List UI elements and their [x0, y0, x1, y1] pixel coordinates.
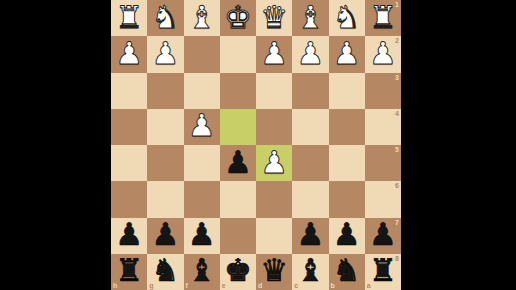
- square-f2[interactable]: [184, 36, 220, 72]
- square-h6[interactable]: [111, 181, 147, 217]
- square-a1[interactable]: ♜1: [365, 0, 401, 36]
- square-f7[interactable]: ♟: [184, 218, 220, 254]
- square-b1[interactable]: ♞: [329, 0, 365, 36]
- square-b6[interactable]: [329, 181, 365, 217]
- square-g3[interactable]: [147, 73, 183, 109]
- square-h3[interactable]: [111, 73, 147, 109]
- square-a6[interactable]: 6: [365, 181, 401, 217]
- white-pawn-b2[interactable]: ♟: [333, 38, 361, 69]
- rank-label-3: 3: [395, 74, 399, 81]
- square-h5[interactable]: [111, 145, 147, 181]
- white-bishop-c1[interactable]: ♝: [296, 2, 324, 33]
- square-d1[interactable]: ♛: [256, 0, 292, 36]
- white-pawn-c2[interactable]: ♟: [296, 38, 324, 69]
- square-g7[interactable]: ♟: [147, 218, 183, 254]
- rank-label-6: 6: [395, 182, 399, 189]
- square-g2[interactable]: ♟: [147, 36, 183, 72]
- black-rook-a8[interactable]: ♜: [369, 255, 397, 286]
- square-a4[interactable]: 4: [365, 109, 401, 145]
- file-label-b: b: [331, 282, 335, 289]
- square-e4[interactable]: [220, 109, 256, 145]
- rank-label-1: 1: [395, 1, 399, 8]
- black-knight-b8[interactable]: ♞: [333, 255, 361, 286]
- square-b4[interactable]: [329, 109, 365, 145]
- square-f1[interactable]: ♝: [184, 0, 220, 36]
- square-a7[interactable]: ♟7: [365, 218, 401, 254]
- file-label-h: h: [113, 282, 117, 289]
- square-d7[interactable]: [256, 218, 292, 254]
- square-c5[interactable]: [292, 145, 328, 181]
- black-pawn-b7[interactable]: ♟: [333, 219, 361, 250]
- black-rook-h8[interactable]: ♜: [115, 255, 143, 286]
- square-c4[interactable]: [292, 109, 328, 145]
- square-g1[interactable]: ♞: [147, 0, 183, 36]
- white-rook-h1[interactable]: ♜: [115, 2, 143, 33]
- square-a2[interactable]: ♟2: [365, 36, 401, 72]
- file-label-c: c: [294, 282, 298, 289]
- square-c6[interactable]: [292, 181, 328, 217]
- black-pawn-e5[interactable]: ♟: [224, 147, 252, 178]
- square-g6[interactable]: [147, 181, 183, 217]
- white-pawn-f4[interactable]: ♟: [188, 110, 216, 141]
- square-b7[interactable]: ♟: [329, 218, 365, 254]
- square-e5[interactable]: ♟: [220, 145, 256, 181]
- square-h8[interactable]: ♜h: [111, 254, 147, 290]
- square-f3[interactable]: [184, 73, 220, 109]
- square-d4[interactable]: [256, 109, 292, 145]
- white-pawn-g2[interactable]: ♟: [151, 38, 179, 69]
- white-pawn-h2[interactable]: ♟: [115, 38, 143, 69]
- square-f4[interactable]: ♟: [184, 109, 220, 145]
- black-pawn-c7[interactable]: ♟: [296, 219, 324, 250]
- square-e2[interactable]: [220, 36, 256, 72]
- rank-label-7: 7: [395, 219, 399, 226]
- square-e8[interactable]: ♚e: [220, 254, 256, 290]
- square-c1[interactable]: ♝: [292, 0, 328, 36]
- white-bishop-f1[interactable]: ♝: [188, 2, 216, 33]
- file-label-e: e: [222, 282, 226, 289]
- file-label-g: g: [149, 282, 153, 289]
- square-f6[interactable]: [184, 181, 220, 217]
- square-f5[interactable]: [184, 145, 220, 181]
- square-d5[interactable]: ♟: [256, 145, 292, 181]
- square-e6[interactable]: [220, 181, 256, 217]
- square-h1[interactable]: ♜: [111, 0, 147, 36]
- square-d6[interactable]: [256, 181, 292, 217]
- square-d3[interactable]: [256, 73, 292, 109]
- black-queen-d8[interactable]: ♛: [260, 255, 288, 286]
- black-pawn-h7[interactable]: ♟: [115, 219, 143, 250]
- square-c7[interactable]: ♟: [292, 218, 328, 254]
- square-b5[interactable]: [329, 145, 365, 181]
- square-f8[interactable]: ♝f: [184, 254, 220, 290]
- square-a3[interactable]: 3: [365, 73, 401, 109]
- square-e1[interactable]: ♚: [220, 0, 256, 36]
- white-pawn-d5[interactable]: ♟: [260, 147, 288, 178]
- black-pawn-g7[interactable]: ♟: [151, 219, 179, 250]
- square-c8[interactable]: ♝c: [292, 254, 328, 290]
- square-c2[interactable]: ♟: [292, 36, 328, 72]
- file-label-d: d: [258, 282, 262, 289]
- black-bishop-c8[interactable]: ♝: [296, 255, 324, 286]
- white-rook-a1[interactable]: ♜: [369, 2, 397, 33]
- square-h2[interactable]: ♟: [111, 36, 147, 72]
- square-e7[interactable]: [220, 218, 256, 254]
- square-b2[interactable]: ♟: [329, 36, 365, 72]
- square-g4[interactable]: [147, 109, 183, 145]
- square-a8[interactable]: ♜8a: [365, 254, 401, 290]
- square-d8[interactable]: ♛d: [256, 254, 292, 290]
- rank-label-5: 5: [395, 146, 399, 153]
- white-knight-g1[interactable]: ♞: [151, 2, 179, 33]
- black-pawn-a7[interactable]: ♟: [369, 219, 397, 250]
- rank-label-8: 8: [395, 255, 399, 262]
- white-knight-b1[interactable]: ♞: [333, 2, 361, 33]
- black-king-e8[interactable]: ♚: [224, 255, 252, 286]
- square-b8[interactable]: ♞b: [329, 254, 365, 290]
- file-label-f: f: [186, 282, 188, 289]
- square-b3[interactable]: [329, 73, 365, 109]
- square-g5[interactable]: [147, 145, 183, 181]
- square-c3[interactable]: [292, 73, 328, 109]
- square-e3[interactable]: [220, 73, 256, 109]
- black-pawn-f7[interactable]: ♟: [188, 219, 216, 250]
- square-a5[interactable]: 5: [365, 145, 401, 181]
- square-h7[interactable]: ♟: [111, 218, 147, 254]
- square-h4[interactable]: [111, 109, 147, 145]
- white-king-e1[interactable]: ♚: [224, 2, 252, 33]
- rank-label-4: 4: [395, 110, 399, 117]
- black-bishop-f8[interactable]: ♝: [188, 255, 216, 286]
- file-label-a: a: [367, 282, 371, 289]
- black-knight-g8[interactable]: ♞: [151, 255, 179, 286]
- white-pawn-d2[interactable]: ♟: [260, 38, 288, 69]
- white-queen-d1[interactable]: ♛: [260, 2, 288, 33]
- square-d2[interactable]: ♟: [256, 36, 292, 72]
- rank-label-2: 2: [395, 37, 399, 44]
- chess-board: ♜♞♝♚♛♝♞♜1♟♟♟♟♟♟23♟4♟♟56♟♟♟♟♟♟7♜h♞g♝f♚e♛d…: [111, 0, 401, 290]
- white-pawn-a2[interactable]: ♟: [369, 38, 397, 69]
- square-g8[interactable]: ♞g: [147, 254, 183, 290]
